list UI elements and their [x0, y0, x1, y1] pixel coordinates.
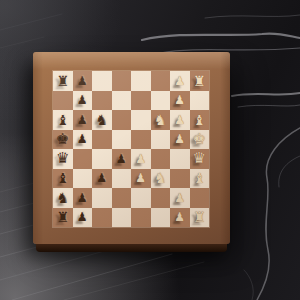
marble-background: ♜♟♟♜♟♟♝♟♞♞♟♝♚♟♟♚♛♟♟♛♝♟♟♞♝♞♟♟♜♟♟♜: [0, 0, 300, 300]
square-g6[interactable]: [92, 91, 112, 111]
piece-white-pawn[interactable]: ♟: [131, 169, 151, 189]
square-c4[interactable]: ♟: [131, 169, 151, 189]
square-e6[interactable]: [92, 130, 112, 150]
piece-black-rook[interactable]: ♜: [53, 71, 73, 91]
square-h7[interactable]: ♟: [73, 71, 93, 91]
square-f5[interactable]: [112, 110, 132, 130]
piece-white-bishop[interactable]: ♝: [190, 169, 210, 189]
square-g7[interactable]: ♟: [73, 91, 93, 111]
square-f2[interactable]: ♟: [170, 110, 190, 130]
square-h1[interactable]: ♜: [190, 71, 210, 91]
square-c2[interactable]: [170, 169, 190, 189]
square-h2[interactable]: ♟: [170, 71, 190, 91]
square-b3[interactable]: [151, 188, 171, 208]
piece-white-rook[interactable]: ♜: [190, 71, 210, 91]
piece-white-queen[interactable]: ♛: [190, 149, 210, 169]
square-e4[interactable]: [131, 130, 151, 150]
square-g2[interactable]: ♟: [170, 91, 190, 111]
piece-black-pawn[interactable]: ♟: [92, 169, 112, 189]
square-b4[interactable]: [131, 188, 151, 208]
chess-board: ♜♟♟♜♟♟♝♟♞♞♟♝♚♟♟♚♛♟♟♛♝♟♟♞♝♞♟♟♜♟♟♜: [33, 52, 230, 244]
piece-black-king[interactable]: ♚: [53, 130, 73, 150]
square-f3[interactable]: ♞: [151, 110, 171, 130]
square-h8[interactable]: ♜: [53, 71, 73, 91]
square-f1[interactable]: ♝: [190, 110, 210, 130]
square-c3[interactable]: ♞: [151, 169, 171, 189]
square-h3[interactable]: [151, 71, 171, 91]
piece-black-bishop[interactable]: ♝: [53, 110, 73, 130]
piece-white-bishop[interactable]: ♝: [190, 110, 210, 130]
square-b7[interactable]: ♟: [73, 188, 93, 208]
square-h4[interactable]: [131, 71, 151, 91]
square-d7[interactable]: [73, 149, 93, 169]
square-c6[interactable]: ♟: [92, 169, 112, 189]
piece-black-pawn[interactable]: ♟: [112, 149, 132, 169]
square-d6[interactable]: [92, 149, 112, 169]
piece-white-king[interactable]: ♚: [190, 130, 210, 150]
square-e7[interactable]: ♟: [73, 130, 93, 150]
square-g4[interactable]: [131, 91, 151, 111]
piece-black-pawn[interactable]: ♟: [73, 110, 93, 130]
square-a3[interactable]: [151, 208, 171, 228]
piece-white-pawn[interactable]: ♟: [170, 130, 190, 150]
square-f6[interactable]: ♞: [92, 110, 112, 130]
square-d8[interactable]: ♛: [53, 149, 73, 169]
piece-white-pawn[interactable]: ♟: [170, 208, 190, 228]
square-c7[interactable]: [73, 169, 93, 189]
square-f4[interactable]: [131, 110, 151, 130]
square-e1[interactable]: ♚: [190, 130, 210, 150]
piece-black-pawn[interactable]: ♟: [73, 91, 93, 111]
square-h5[interactable]: [112, 71, 132, 91]
piece-white-pawn[interactable]: ♟: [170, 91, 190, 111]
square-g3[interactable]: [151, 91, 171, 111]
piece-white-rook[interactable]: ♜: [190, 208, 210, 228]
square-a7[interactable]: ♟: [73, 208, 93, 228]
square-g8[interactable]: [53, 91, 73, 111]
square-b1[interactable]: [190, 188, 210, 208]
square-d3[interactable]: [151, 149, 171, 169]
square-a1[interactable]: ♜: [190, 208, 210, 228]
piece-white-pawn[interactable]: ♟: [170, 188, 190, 208]
square-e3[interactable]: [151, 130, 171, 150]
square-b2[interactable]: ♟: [170, 188, 190, 208]
piece-black-pawn[interactable]: ♟: [73, 208, 93, 228]
square-h6[interactable]: [92, 71, 112, 91]
piece-black-pawn[interactable]: ♟: [73, 130, 93, 150]
square-b6[interactable]: [92, 188, 112, 208]
square-a5[interactable]: [112, 208, 132, 228]
square-d2[interactable]: [170, 149, 190, 169]
square-a4[interactable]: [131, 208, 151, 228]
square-a8[interactable]: ♜: [53, 208, 73, 228]
piece-white-knight[interactable]: ♞: [151, 169, 171, 189]
square-e2[interactable]: ♟: [170, 130, 190, 150]
piece-black-bishop[interactable]: ♝: [53, 169, 73, 189]
piece-white-knight[interactable]: ♞: [151, 110, 171, 130]
square-c8[interactable]: ♝: [53, 169, 73, 189]
square-g5[interactable]: [112, 91, 132, 111]
piece-black-pawn[interactable]: ♟: [73, 71, 93, 91]
square-e5[interactable]: [112, 130, 132, 150]
square-a2[interactable]: ♟: [170, 208, 190, 228]
square-d5[interactable]: ♟: [112, 149, 132, 169]
square-d4[interactable]: ♟: [131, 149, 151, 169]
piece-white-pawn[interactable]: ♟: [170, 71, 190, 91]
square-b5[interactable]: [112, 188, 132, 208]
piece-black-knight[interactable]: ♞: [92, 110, 112, 130]
piece-white-pawn[interactable]: ♟: [131, 149, 151, 169]
piece-black-queen[interactable]: ♛: [53, 149, 73, 169]
piece-black-pawn[interactable]: ♟: [73, 188, 93, 208]
piece-white-pawn[interactable]: ♟: [170, 110, 190, 130]
square-a6[interactable]: [92, 208, 112, 228]
square-b8[interactable]: ♞: [53, 188, 73, 208]
square-c1[interactable]: ♝: [190, 169, 210, 189]
piece-black-knight[interactable]: ♞: [53, 188, 73, 208]
square-g1[interactable]: [190, 91, 210, 111]
square-e8[interactable]: ♚: [53, 130, 73, 150]
square-d1[interactable]: ♛: [190, 149, 210, 169]
square-c5[interactable]: [112, 169, 132, 189]
square-f8[interactable]: ♝: [53, 110, 73, 130]
playing-area: ♜♟♟♜♟♟♝♟♞♞♟♝♚♟♟♚♛♟♟♛♝♟♟♞♝♞♟♟♜♟♟♜: [53, 71, 209, 227]
piece-black-rook[interactable]: ♜: [53, 208, 73, 228]
square-f7[interactable]: ♟: [73, 110, 93, 130]
